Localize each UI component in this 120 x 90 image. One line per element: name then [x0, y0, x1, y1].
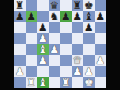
piece-black-pawn[interactable]: ♟	[15, 11, 24, 22]
square-a5[interactable]	[14, 33, 26, 44]
square-g5[interactable]	[83, 33, 95, 44]
square-b2[interactable]	[26, 66, 38, 77]
piece-white-bishop[interactable]: ♝	[38, 44, 47, 55]
square-b5[interactable]	[26, 33, 38, 44]
square-d6[interactable]	[49, 22, 61, 33]
square-h8[interactable]	[95, 0, 107, 11]
square-g1[interactable]: ♚	[83, 77, 95, 88]
square-d2[interactable]	[49, 66, 61, 77]
piece-white-pawn[interactable]: ♟	[15, 66, 24, 77]
square-c3[interactable]: ♟	[37, 55, 49, 66]
square-e2[interactable]	[60, 66, 72, 77]
square-b6[interactable]	[26, 22, 38, 33]
piece-white-pawn[interactable]: ♟	[96, 55, 105, 66]
square-h7[interactable]: ♟	[95, 11, 107, 22]
square-g2[interactable]: ♟	[83, 66, 95, 77]
piece-white-rook[interactable]: ♜	[61, 77, 70, 88]
piece-white-king[interactable]: ♚	[84, 77, 93, 88]
square-b8[interactable]	[26, 0, 38, 11]
square-e7[interactable]: ♟	[60, 11, 72, 22]
piece-black-queen[interactable]: ♛	[50, 0, 59, 11]
square-c8[interactable]	[37, 0, 49, 11]
piece-white-pawn[interactable]: ♟	[38, 33, 47, 44]
square-b7[interactable]: ♟	[26, 11, 38, 22]
piece-black-pawn[interactable]: ♟	[96, 11, 105, 22]
square-d7[interactable]: ♞	[49, 11, 61, 22]
piece-black-king[interactable]: ♚	[84, 0, 93, 11]
chess-board: ♜♛♜♚♟♟♞♟♟♝♟♟♟♟♝♟♟♛♟♟♟♟♜♝♜♚	[14, 0, 106, 88]
square-h3[interactable]: ♟	[95, 55, 107, 66]
piece-black-pawn[interactable]: ♟	[38, 22, 47, 33]
piece-white-pawn[interactable]: ♟	[84, 66, 93, 77]
square-a8[interactable]: ♜	[14, 0, 26, 11]
square-h2[interactable]	[95, 66, 107, 77]
square-d3[interactable]	[49, 55, 61, 66]
square-d8[interactable]: ♛	[49, 0, 61, 11]
square-f8[interactable]: ♜	[72, 0, 84, 11]
piece-white-pawn[interactable]: ♟	[38, 55, 47, 66]
square-a7[interactable]: ♟	[14, 11, 26, 22]
square-f3[interactable]: ♛	[72, 55, 84, 66]
square-c4[interactable]: ♝	[37, 44, 49, 55]
piece-white-queen[interactable]: ♛	[73, 55, 82, 66]
piece-white-rook[interactable]: ♜	[27, 77, 36, 88]
square-f6[interactable]	[72, 22, 84, 33]
square-h4[interactable]	[95, 44, 107, 55]
square-b1[interactable]: ♜	[26, 77, 38, 88]
square-f1[interactable]	[72, 77, 84, 88]
piece-black-rook[interactable]: ♜	[73, 0, 82, 11]
square-c2[interactable]	[37, 66, 49, 77]
square-g7[interactable]: ♝	[83, 11, 95, 22]
square-c1[interactable]: ♝	[37, 77, 49, 88]
square-b3[interactable]	[26, 55, 38, 66]
square-d4[interactable]: ♟	[49, 44, 61, 55]
square-h5[interactable]	[95, 33, 107, 44]
square-b4[interactable]	[26, 44, 38, 55]
square-a2[interactable]: ♟	[14, 66, 26, 77]
square-c7[interactable]	[37, 11, 49, 22]
piece-white-pawn[interactable]: ♟	[73, 66, 82, 77]
square-e1[interactable]: ♜	[60, 77, 72, 88]
square-a3[interactable]	[14, 55, 26, 66]
square-e4[interactable]	[60, 44, 72, 55]
square-g3[interactable]	[83, 55, 95, 66]
square-c6[interactable]: ♟	[37, 22, 49, 33]
square-f5[interactable]	[72, 33, 84, 44]
piece-black-knight[interactable]: ♞	[50, 11, 59, 22]
square-a1[interactable]	[14, 77, 26, 88]
square-f7[interactable]: ♟	[72, 11, 84, 22]
piece-black-bishop[interactable]: ♝	[84, 11, 93, 22]
page-background: { "game": "chess", "position": { "fen": …	[0, 0, 120, 90]
piece-black-rook[interactable]: ♜	[15, 0, 24, 11]
square-a4[interactable]	[14, 44, 26, 55]
square-d5[interactable]	[49, 33, 61, 44]
square-h1[interactable]	[95, 77, 107, 88]
square-c5[interactable]: ♟	[37, 33, 49, 44]
square-e5[interactable]	[60, 33, 72, 44]
square-f4[interactable]	[72, 44, 84, 55]
piece-white-pawn[interactable]: ♟	[50, 44, 59, 55]
square-g8[interactable]: ♚	[83, 0, 95, 11]
square-e3[interactable]	[60, 55, 72, 66]
square-h6[interactable]	[95, 22, 107, 33]
square-a6[interactable]	[14, 22, 26, 33]
piece-white-bishop[interactable]: ♝	[38, 77, 47, 88]
square-e6[interactable]	[60, 22, 72, 33]
piece-black-pawn[interactable]: ♟	[73, 11, 82, 22]
square-f2[interactable]: ♟	[72, 66, 84, 77]
square-d1[interactable]	[49, 77, 61, 88]
square-g4[interactable]	[83, 44, 95, 55]
piece-black-pawn[interactable]: ♟	[61, 11, 70, 22]
square-e8[interactable]	[60, 0, 72, 11]
square-g6[interactable]: ♟	[83, 22, 95, 33]
piece-black-pawn[interactable]: ♟	[27, 11, 36, 22]
piece-black-pawn[interactable]: ♟	[84, 22, 93, 33]
